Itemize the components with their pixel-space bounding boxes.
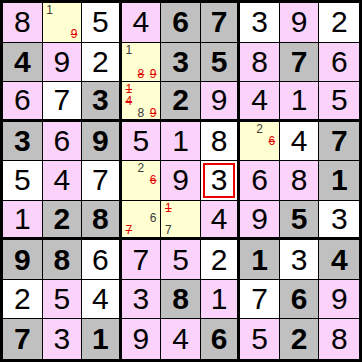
cell-r8c8[interactable]: 6 xyxy=(280,280,320,320)
cell-digit: 7 xyxy=(53,85,70,115)
candidate-empty xyxy=(187,202,199,214)
cell-r7c9[interactable]: 4 xyxy=(319,240,359,280)
candidate-empty xyxy=(135,44,147,56)
cell-digit: 8 xyxy=(14,7,31,37)
cell-r9c6[interactable]: 6 xyxy=(201,319,241,359)
cell-r5c1[interactable]: 5 xyxy=(3,161,43,201)
cell-digit: 3 xyxy=(251,7,268,37)
pencil-grid: 67 xyxy=(123,202,160,237)
cell-digit: 4 xyxy=(53,165,70,195)
cell-r3c3[interactable]: 3 xyxy=(82,82,122,122)
candidate-empty xyxy=(254,147,266,159)
candidate-empty xyxy=(241,123,253,135)
cell-digit: 4 xyxy=(14,47,31,77)
candidate-empty xyxy=(44,16,56,28)
cell-r9c4[interactable]: 9 xyxy=(122,319,162,359)
cell-digit: 9 xyxy=(251,204,268,234)
cell-digit: 4 xyxy=(331,245,348,275)
cell-r2c6[interactable]: 5 xyxy=(201,43,241,83)
cell-r6c5[interactable]: 17 xyxy=(161,201,201,241)
cell-r1c8[interactable]: 9 xyxy=(280,3,320,43)
cell-r3c7[interactable]: 4 xyxy=(240,82,280,122)
cell-digit: 9 xyxy=(133,324,150,354)
cell-r3c6[interactable]: 9 xyxy=(201,82,241,122)
cell-r6c2[interactable]: 2 xyxy=(43,201,83,241)
cell-digit: 8 xyxy=(53,245,70,275)
cell-r7c5[interactable]: 5 xyxy=(161,240,201,280)
candidate-empty xyxy=(174,224,186,236)
cell-r2c7[interactable]: 8 xyxy=(240,43,280,83)
candidate-1-eliminated: 1 xyxy=(162,202,174,214)
cell-digit: 3 xyxy=(133,284,150,314)
cell-r8c4[interactable]: 3 xyxy=(122,280,162,320)
cell-digit: 5 xyxy=(331,85,348,115)
cell-digit: 6 xyxy=(211,324,228,354)
cell-r5c8[interactable]: 8 xyxy=(280,161,320,201)
cell-r4c6[interactable]: 8 xyxy=(201,122,241,162)
candidate-empty xyxy=(123,107,135,119)
cell-r6c9[interactable]: 3 xyxy=(319,201,359,241)
cell-digit: 5 xyxy=(211,47,228,77)
cell-digit: 4 xyxy=(211,204,228,234)
pencil-grid: 26 xyxy=(241,123,278,160)
pencil-grid: 189 xyxy=(123,44,160,81)
cell-r3c8[interactable]: 1 xyxy=(280,82,320,122)
cell-r5c3[interactable]: 7 xyxy=(82,161,122,201)
candidate-1: 1 xyxy=(44,4,56,16)
cell-r5c9[interactable]: 1 xyxy=(319,161,359,201)
pencil-grid: 1489 xyxy=(123,83,160,118)
candidate-6: 6 xyxy=(147,212,159,224)
pencil-grid: 17 xyxy=(162,202,199,237)
cell-r5c4[interactable]: 26 xyxy=(122,161,162,201)
cell-r7c6[interactable]: 2 xyxy=(201,240,241,280)
candidate-2: 2 xyxy=(135,162,147,174)
cell-r5c6[interactable]: 3 xyxy=(201,161,241,201)
candidate-6-eliminated: 6 xyxy=(147,174,159,186)
cell-r1c1[interactable]: 8 xyxy=(3,3,43,43)
cell-r2c4[interactable]: 189 xyxy=(122,43,162,83)
pencil-grid: 19 xyxy=(44,4,81,41)
cell-digit: 4 xyxy=(291,126,308,156)
cell-digit: 2 xyxy=(211,245,228,275)
cell-digit: 7 xyxy=(133,245,150,275)
cell-digit: 9 xyxy=(14,245,31,275)
cell-r4c2[interactable]: 6 xyxy=(43,122,83,162)
cell-r8c2[interactable]: 5 xyxy=(43,280,83,320)
cell-r4c3[interactable]: 9 xyxy=(82,122,122,162)
cell-digit: 3 xyxy=(14,126,31,156)
cell-digit: 2 xyxy=(331,7,348,37)
cell-digit: 5 xyxy=(53,284,70,314)
cell-r6c7[interactable]: 9 xyxy=(240,201,280,241)
cell-r9c1[interactable]: 7 xyxy=(3,319,43,359)
candidate-empty xyxy=(241,147,253,159)
candidate-7: 7 xyxy=(162,224,174,236)
cell-digit: 7 xyxy=(92,165,109,195)
cell-digit: 1 xyxy=(92,324,109,354)
cell-r4c4[interactable]: 5 xyxy=(122,122,162,162)
cell-r9c2[interactable]: 3 xyxy=(43,319,83,359)
cell-digit: 9 xyxy=(331,284,348,314)
cell-r1c5[interactable]: 6 xyxy=(161,3,201,43)
cell-r2c3[interactable]: 2 xyxy=(82,43,122,83)
cell-r2c2[interactable]: 9 xyxy=(43,43,83,83)
candidate-empty xyxy=(135,174,147,186)
cell-r9c3[interactable]: 1 xyxy=(82,319,122,359)
candidate-empty xyxy=(123,162,135,174)
cell-r4c1[interactable]: 3 xyxy=(3,122,43,162)
cell-digit: 3 xyxy=(53,324,70,354)
cell-digit: 6 xyxy=(251,165,268,195)
cell-digit: 3 xyxy=(331,204,348,234)
cell-r8c9[interactable]: 9 xyxy=(319,280,359,320)
cell-r7c4[interactable]: 7 xyxy=(122,240,162,280)
cell-r9c7[interactable]: 5 xyxy=(240,319,280,359)
cell-digit: 4 xyxy=(251,85,268,115)
cell-digit: 6 xyxy=(172,7,189,37)
candidate-empty xyxy=(56,4,68,16)
cell-digit: 9 xyxy=(53,47,70,77)
candidate-empty xyxy=(266,147,278,159)
cell-r7c3[interactable]: 6 xyxy=(82,240,122,280)
cell-r4c8[interactable]: 4 xyxy=(280,122,320,162)
cell-r7c2[interactable]: 8 xyxy=(43,240,83,280)
candidate-7-eliminated: 7 xyxy=(123,224,135,236)
cell-digit: 2 xyxy=(172,85,189,115)
cell-digit: 2 xyxy=(53,204,70,234)
cell-r2c8[interactable]: 7 xyxy=(280,43,320,83)
cell-digit: 7 xyxy=(291,47,308,77)
candidate-empty xyxy=(123,202,135,213)
cell-r2c9[interactable]: 6 xyxy=(319,43,359,83)
cell-r2c5[interactable]: 3 xyxy=(161,43,201,83)
cell-digit: 4 xyxy=(133,7,150,37)
cell-r4c9[interactable]: 7 xyxy=(319,122,359,162)
cell-digit: 5 xyxy=(291,204,308,234)
cell-digit: 5 xyxy=(14,165,31,195)
cell-r6c8[interactable]: 5 xyxy=(280,201,320,241)
candidate-empty xyxy=(147,83,159,95)
candidate-empty xyxy=(135,224,147,236)
cell-r1c7[interactable]: 3 xyxy=(240,3,280,43)
cell-digit: 8 xyxy=(211,126,228,156)
cell-digit: 9 xyxy=(172,165,189,195)
cell-r6c4[interactable]: 67 xyxy=(122,201,162,241)
cell-r6c3[interactable]: 8 xyxy=(82,201,122,241)
candidate-empty xyxy=(147,224,159,236)
candidate-empty xyxy=(135,83,147,95)
candidate-empty xyxy=(174,214,186,225)
cell-digit: 6 xyxy=(291,284,308,314)
candidate-9-eliminated: 9 xyxy=(68,28,80,40)
candidate-2: 2 xyxy=(254,123,266,135)
candidate-empty xyxy=(56,16,68,28)
candidate-1: 1 xyxy=(123,44,135,56)
cell-r8c3[interactable]: 4 xyxy=(82,280,122,320)
cell-digit: 5 xyxy=(92,7,109,37)
cell-digit: 8 xyxy=(251,47,268,77)
cell-digit: 2 xyxy=(14,284,31,314)
candidate-empty xyxy=(187,214,199,225)
cell-r7c7[interactable]: 1 xyxy=(240,240,280,280)
cell-digit: 6 xyxy=(331,47,348,77)
cell-digit: 3 xyxy=(172,47,189,77)
cell-r3c9[interactable]: 5 xyxy=(319,82,359,122)
cell-r2c1[interactable]: 4 xyxy=(3,43,43,83)
cell-digit: 5 xyxy=(251,324,268,354)
cell-r1c3[interactable]: 5 xyxy=(82,3,122,43)
cell-digit: 1 xyxy=(291,85,308,115)
cell-digit: 8 xyxy=(92,204,109,234)
cell-r9c8[interactable]: 2 xyxy=(280,319,320,359)
cell-r5c5[interactable]: 9 xyxy=(161,161,201,201)
cell-r4c7[interactable]: 26 xyxy=(240,122,280,162)
cell-digit: 4 xyxy=(92,284,109,314)
cell-digit: 5 xyxy=(133,126,150,156)
candidate-empty xyxy=(123,174,135,186)
cell-digit: 7 xyxy=(14,324,31,354)
candidate-empty xyxy=(123,56,135,68)
candidate-empty xyxy=(147,44,159,56)
candidate-empty xyxy=(147,187,159,199)
candidate-empty xyxy=(123,68,135,80)
cell-digit: 6 xyxy=(14,85,31,115)
cell-digit: 6 xyxy=(92,245,109,275)
candidate-9-eliminated: 9 xyxy=(147,107,159,119)
cell-r1c4[interactable]: 4 xyxy=(122,3,162,43)
cell-r1c6[interactable]: 7 xyxy=(201,3,241,43)
cell-digit: 5 xyxy=(172,245,189,275)
candidate-empty xyxy=(123,187,135,199)
cell-digit: 6 xyxy=(53,126,70,156)
candidate-9-eliminated: 9 xyxy=(147,68,159,80)
cell-digit: 2 xyxy=(92,47,109,77)
cell-r5c7[interactable]: 6 xyxy=(240,161,280,201)
cell-r3c5[interactable]: 2 xyxy=(161,82,201,122)
candidate-empty xyxy=(135,202,147,213)
cell-r7c8[interactable]: 3 xyxy=(280,240,320,280)
cell-digit: 3 xyxy=(211,165,228,195)
cell-r3c4[interactable]: 1489 xyxy=(122,82,162,122)
cell-digit: 9 xyxy=(211,85,228,115)
cell-r1c2[interactable]: 19 xyxy=(43,3,83,43)
cell-digit: 1 xyxy=(172,126,189,156)
candidate-empty xyxy=(56,28,68,40)
candidate-empty xyxy=(254,135,266,147)
cell-digit: 8 xyxy=(172,284,189,314)
cell-digit: 1 xyxy=(251,245,268,275)
candidate-empty xyxy=(187,224,199,236)
pencil-grid: 26 xyxy=(123,162,160,199)
candidate-empty xyxy=(135,212,147,224)
candidate-6-eliminated: 6 xyxy=(266,135,278,147)
cell-r5c2[interactable]: 4 xyxy=(43,161,83,201)
cell-r9c9[interactable]: 8 xyxy=(319,319,359,359)
cell-r8c7[interactable]: 7 xyxy=(240,280,280,320)
cell-digit: 8 xyxy=(291,165,308,195)
candidate-8: 8 xyxy=(135,107,147,119)
cell-digit: 7 xyxy=(211,7,228,37)
candidate-empty xyxy=(241,135,253,147)
cell-digit: 9 xyxy=(291,7,308,37)
candidate-4-eliminated: 4 xyxy=(123,95,135,107)
cell-digit: 1 xyxy=(331,165,348,195)
cell-r6c1[interactable]: 1 xyxy=(3,201,43,241)
cell-digit: 2 xyxy=(291,324,308,354)
cell-digit: 1 xyxy=(14,204,31,234)
cell-r8c5[interactable]: 8 xyxy=(161,280,201,320)
candidate-8-eliminated: 8 xyxy=(135,68,147,80)
cell-digit: 1 xyxy=(211,284,228,314)
cell-digit: 7 xyxy=(331,126,348,156)
cell-r1c9[interactable]: 2 xyxy=(319,3,359,43)
cell-digit: 3 xyxy=(92,85,109,115)
cell-digit: 8 xyxy=(331,324,348,354)
cell-digit: 9 xyxy=(92,126,109,156)
candidate-empty xyxy=(68,4,80,16)
cell-r7c1[interactable]: 9 xyxy=(3,240,43,280)
candidate-empty xyxy=(44,28,56,40)
candidate-empty xyxy=(135,187,147,199)
cell-r8c6[interactable]: 1 xyxy=(201,280,241,320)
cell-digit: 4 xyxy=(172,324,189,354)
sudoku-board: 8195467392492189358766731489294153695182… xyxy=(0,0,362,362)
cell-digit: 3 xyxy=(291,245,308,275)
cell-r3c1[interactable]: 6 xyxy=(3,82,43,122)
cell-r9c5[interactable]: 4 xyxy=(161,319,201,359)
candidate-empty xyxy=(174,202,186,214)
cell-digit: 7 xyxy=(251,284,268,314)
cell-r3c2[interactable]: 7 xyxy=(43,82,83,122)
cell-r4c5[interactable]: 1 xyxy=(161,122,201,162)
cell-r8c1[interactable]: 2 xyxy=(3,280,43,320)
cell-r6c6[interactable]: 4 xyxy=(201,201,241,241)
